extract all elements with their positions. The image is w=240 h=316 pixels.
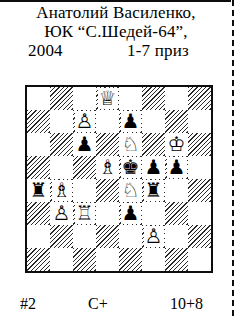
square-d2: [96, 225, 119, 248]
square-f7: [142, 110, 165, 133]
square-e8: [119, 87, 142, 110]
piece-wR-c3: ♖: [75, 203, 95, 224]
piece-wB-d5: ♗: [98, 157, 118, 178]
chess-board: ♕♙♟♟♘♔♗♚♟♟♜♗♘♜♙♖♟♙: [25, 85, 213, 273]
square-d1: [96, 248, 119, 271]
piece-wQ-d8: ♕: [98, 88, 118, 109]
piece-wN-e6: ♘: [121, 134, 141, 155]
square-e1: [119, 248, 142, 271]
computer-tested-flag: C+: [88, 295, 108, 313]
square-e6: ♘: [119, 133, 142, 156]
square-b8: [50, 87, 73, 110]
square-g5: ♟: [165, 156, 188, 179]
square-d6: [96, 133, 119, 156]
piece-bP-f5: ♟: [144, 157, 164, 178]
square-a4: ♜: [27, 179, 50, 202]
square-e5: ♚: [119, 156, 142, 179]
piece-bP-c6: ♟: [75, 134, 95, 155]
square-h5: [188, 156, 211, 179]
square-h6: [188, 133, 211, 156]
piece-bR-a4: ♜: [29, 180, 49, 201]
square-a3: [27, 202, 50, 225]
year-award-line: 2004 1-7 приз: [0, 41, 232, 60]
square-f6: [142, 133, 165, 156]
square-c8: [73, 87, 96, 110]
square-a6: [27, 133, 50, 156]
square-h7: [188, 110, 211, 133]
square-e3: ♟: [119, 202, 142, 225]
square-g2: [165, 225, 188, 248]
square-b4: ♗: [50, 179, 73, 202]
year: 2004: [28, 41, 63, 60]
chess-problem-card: Анатолий Василенко, ЮК “С.Шедей-64”, 200…: [0, 0, 240, 316]
problem-caption: #2 C+ 10+8: [0, 295, 232, 313]
square-g4: [165, 179, 188, 202]
piece-wN-e4: ♘: [121, 180, 141, 201]
square-h4: [188, 179, 211, 202]
square-c1: [73, 248, 96, 271]
square-f8: [142, 87, 165, 110]
square-d8: ♕: [96, 87, 119, 110]
square-h8: [188, 87, 211, 110]
square-f3: [142, 202, 165, 225]
square-g8: [165, 87, 188, 110]
piece-wP-c7: ♙: [75, 111, 95, 132]
piece-bP-e7: ♟: [121, 111, 141, 132]
award: 1-7 приз: [127, 41, 189, 60]
square-d5: ♗: [96, 156, 119, 179]
square-c2: [73, 225, 96, 248]
square-e2: [119, 225, 142, 248]
square-g6: ♔: [165, 133, 188, 156]
stipulation: #2: [20, 295, 36, 313]
square-e7: ♟: [119, 110, 142, 133]
square-b1: [50, 248, 73, 271]
square-g7: [165, 110, 188, 133]
right-dashed-border: [232, 0, 234, 316]
square-d7: [96, 110, 119, 133]
square-a5: [27, 156, 50, 179]
square-g3: [165, 202, 188, 225]
tourney-name: ЮК “С.Шедей-64”,: [0, 22, 232, 41]
piece-bK-e5: ♚: [121, 157, 141, 178]
square-f4: ♜: [142, 179, 165, 202]
piece-wP-f2: ♙: [144, 226, 164, 247]
square-h3: [188, 202, 211, 225]
square-c5: [73, 156, 96, 179]
square-a8: [27, 87, 50, 110]
material-count: 10+8: [170, 295, 203, 313]
square-e4: ♘: [119, 179, 142, 202]
square-b5: [50, 156, 73, 179]
problem-header: Анатолий Василенко, ЮК “С.Шедей-64”, 200…: [0, 3, 232, 60]
square-c4: [73, 179, 96, 202]
square-a7: [27, 110, 50, 133]
square-b2: [50, 225, 73, 248]
piece-bR-f4: ♜: [144, 180, 164, 201]
square-f5: ♟: [142, 156, 165, 179]
square-h2: [188, 225, 211, 248]
square-b6: [50, 133, 73, 156]
square-c7: ♙: [73, 110, 96, 133]
square-a2: [27, 225, 50, 248]
piece-wP-b3: ♙: [52, 203, 72, 224]
square-h1: [188, 248, 211, 271]
square-c6: ♟: [73, 133, 96, 156]
author-name: Анатолий Василенко,: [0, 3, 232, 22]
square-c3: ♖: [73, 202, 96, 225]
square-d4: [96, 179, 119, 202]
piece-wK-g6: ♔: [167, 134, 187, 155]
square-g1: [165, 248, 188, 271]
piece-bP-e3: ♟: [121, 203, 141, 224]
piece-wB-b4: ♗: [52, 180, 72, 201]
square-f1: [142, 248, 165, 271]
square-b7: [50, 110, 73, 133]
square-a1: [27, 248, 50, 271]
top-border-line: [0, 0, 231, 2]
square-b3: ♙: [50, 202, 73, 225]
square-f2: ♙: [142, 225, 165, 248]
square-d3: [96, 202, 119, 225]
piece-bP-g5: ♟: [167, 157, 187, 178]
